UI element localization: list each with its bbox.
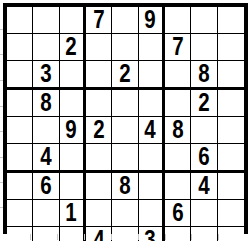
grid-tick	[191, 234, 192, 240]
cell-r2c2[interactable]	[33, 34, 59, 61]
cell-r5c2[interactable]	[33, 117, 59, 144]
grid-tick	[0, 29, 3, 30]
given-digit: 8	[119, 173, 130, 199]
grid-tick	[0, 54, 3, 55]
cell-r2c4[interactable]	[86, 34, 112, 61]
given-digit: 9	[66, 117, 77, 143]
cell-r1c5[interactable]	[112, 7, 138, 34]
cell-r4c6[interactable]	[139, 90, 165, 117]
grid-tick	[0, 182, 3, 183]
grid-tick	[57, 234, 58, 240]
cell-r8c9[interactable]	[218, 200, 244, 227]
given-digit: 3	[40, 61, 51, 87]
cell-r9c5[interactable]	[112, 227, 138, 241]
cell-r7c7[interactable]	[165, 173, 191, 200]
cell-r5c8[interactable]	[191, 117, 217, 144]
cell-r3c6[interactable]	[139, 61, 165, 90]
cell-r4c9[interactable]	[218, 90, 244, 117]
cell-r7c9[interactable]	[218, 173, 244, 200]
grid-tick	[0, 207, 3, 208]
cell-r8c3[interactable]: 1	[60, 200, 86, 227]
cell-r5c9[interactable]	[218, 117, 244, 144]
cell-r7c8[interactable]: 4	[191, 173, 217, 200]
cell-r8c6[interactable]	[139, 200, 165, 227]
cell-r2c7[interactable]: 7	[165, 34, 191, 61]
cell-r6c1[interactable]	[7, 144, 33, 173]
cell-r1c2[interactable]	[33, 7, 59, 34]
given-digit: 4	[93, 227, 104, 241]
grid-tick	[0, 131, 3, 132]
cell-r5c5[interactable]	[112, 117, 138, 144]
cell-r1c9[interactable]	[218, 7, 244, 34]
cell-r6c7[interactable]	[165, 144, 191, 173]
grid-tick	[0, 80, 3, 81]
cell-r9c7[interactable]	[165, 227, 191, 241]
cell-r6c4[interactable]	[86, 144, 112, 173]
given-digit: 1	[66, 200, 77, 226]
cell-r3c9[interactable]	[218, 61, 244, 90]
given-digit: 3	[145, 227, 156, 241]
cell-r8c5[interactable]	[112, 200, 138, 227]
given-digit: 8	[198, 61, 209, 87]
cell-r7c4[interactable]	[86, 173, 112, 200]
cell-r2c8[interactable]	[191, 34, 217, 61]
given-digit: 7	[172, 34, 183, 60]
cell-r4c4[interactable]	[86, 90, 112, 117]
sudoku-page: 7927328829248466841643	[0, 0, 251, 241]
cell-r6c5[interactable]	[112, 144, 138, 173]
cell-r4c8[interactable]: 2	[191, 90, 217, 117]
cell-r2c3[interactable]: 2	[60, 34, 86, 61]
cell-r8c8[interactable]	[191, 200, 217, 227]
cell-r1c1[interactable]	[7, 7, 33, 34]
given-digit: 9	[145, 7, 156, 33]
grid-tick	[138, 234, 139, 240]
cell-r4c2[interactable]: 8	[33, 90, 59, 117]
given-digit: 2	[66, 34, 77, 60]
cell-r9c8[interactable]	[191, 227, 217, 241]
cell-r2c1[interactable]	[7, 34, 33, 61]
cell-r7c2[interactable]: 6	[33, 173, 59, 200]
cell-r7c5[interactable]: 8	[112, 173, 138, 200]
cell-r1c6[interactable]: 9	[139, 7, 165, 34]
cell-r3c4[interactable]	[86, 61, 112, 90]
cell-r7c1[interactable]	[7, 173, 33, 200]
cell-r2c5[interactable]	[112, 34, 138, 61]
cell-r2c6[interactable]	[139, 34, 165, 61]
given-digit: 6	[40, 173, 51, 199]
cell-r5c1[interactable]	[7, 117, 33, 144]
cell-r2c9[interactable]	[218, 34, 244, 61]
given-digit: 4	[198, 173, 209, 199]
cell-r6c9[interactable]	[218, 144, 244, 173]
cell-r9c6[interactable]: 3	[139, 227, 165, 241]
cell-r4c3[interactable]	[60, 90, 86, 117]
given-digit: 8	[40, 90, 51, 116]
cell-r3c2[interactable]: 3	[33, 61, 59, 90]
grid-tick	[84, 234, 85, 240]
cell-r6c6[interactable]	[139, 144, 165, 173]
grid-tick	[111, 234, 112, 240]
grid-tick	[30, 234, 31, 240]
given-digit: 4	[40, 144, 51, 170]
given-digit: 2	[93, 117, 104, 143]
cell-r8c1[interactable]	[7, 200, 33, 227]
cell-r9c4[interactable]: 4	[86, 227, 112, 241]
cell-r7c3[interactable]	[60, 173, 86, 200]
cell-r8c7[interactable]: 6	[165, 200, 191, 227]
grid-tick	[218, 234, 219, 240]
given-digit: 8	[172, 117, 183, 143]
given-digit: 2	[198, 90, 209, 116]
cell-r3c7[interactable]	[165, 61, 191, 90]
cell-r3c8[interactable]: 8	[191, 61, 217, 90]
cell-r5c4[interactable]: 2	[86, 117, 112, 144]
cell-r3c3[interactable]	[60, 61, 86, 90]
cell-r5c6[interactable]: 4	[139, 117, 165, 144]
cell-r9c3[interactable]	[60, 227, 86, 241]
grid-tick	[0, 157, 3, 158]
cell-r8c2[interactable]	[33, 200, 59, 227]
cell-r7c6[interactable]	[139, 173, 165, 200]
given-digit: 6	[172, 200, 183, 226]
sudoku-board: 7927328829248466841643	[3, 3, 248, 234]
cell-r4c1[interactable]	[7, 90, 33, 117]
grid-tick	[0, 106, 3, 107]
cell-r5c7[interactable]: 8	[165, 117, 191, 144]
given-digit: 4	[145, 117, 156, 143]
cell-r6c3[interactable]	[60, 144, 86, 173]
given-digit: 6	[198, 144, 209, 170]
cell-r9c2[interactable]	[33, 227, 59, 241]
cell-r3c1[interactable]	[7, 61, 33, 90]
cell-r3c5[interactable]: 2	[112, 61, 138, 90]
cell-r1c3[interactable]	[60, 7, 86, 34]
cell-r5c3[interactable]: 9	[60, 117, 86, 144]
cell-r4c5[interactable]	[112, 90, 138, 117]
cell-r1c4[interactable]: 7	[86, 7, 112, 34]
cell-r6c8[interactable]: 6	[191, 144, 217, 173]
cell-r8c4[interactable]	[86, 200, 112, 227]
cell-r6c2[interactable]: 4	[33, 144, 59, 173]
cell-r4c7[interactable]	[165, 90, 191, 117]
cell-r1c8[interactable]	[191, 7, 217, 34]
grid-tick	[165, 234, 166, 240]
cell-r1c7[interactable]	[165, 7, 191, 34]
given-digit: 2	[119, 61, 130, 87]
cell-r9c9[interactable]	[218, 227, 244, 241]
given-digit: 7	[93, 7, 104, 33]
